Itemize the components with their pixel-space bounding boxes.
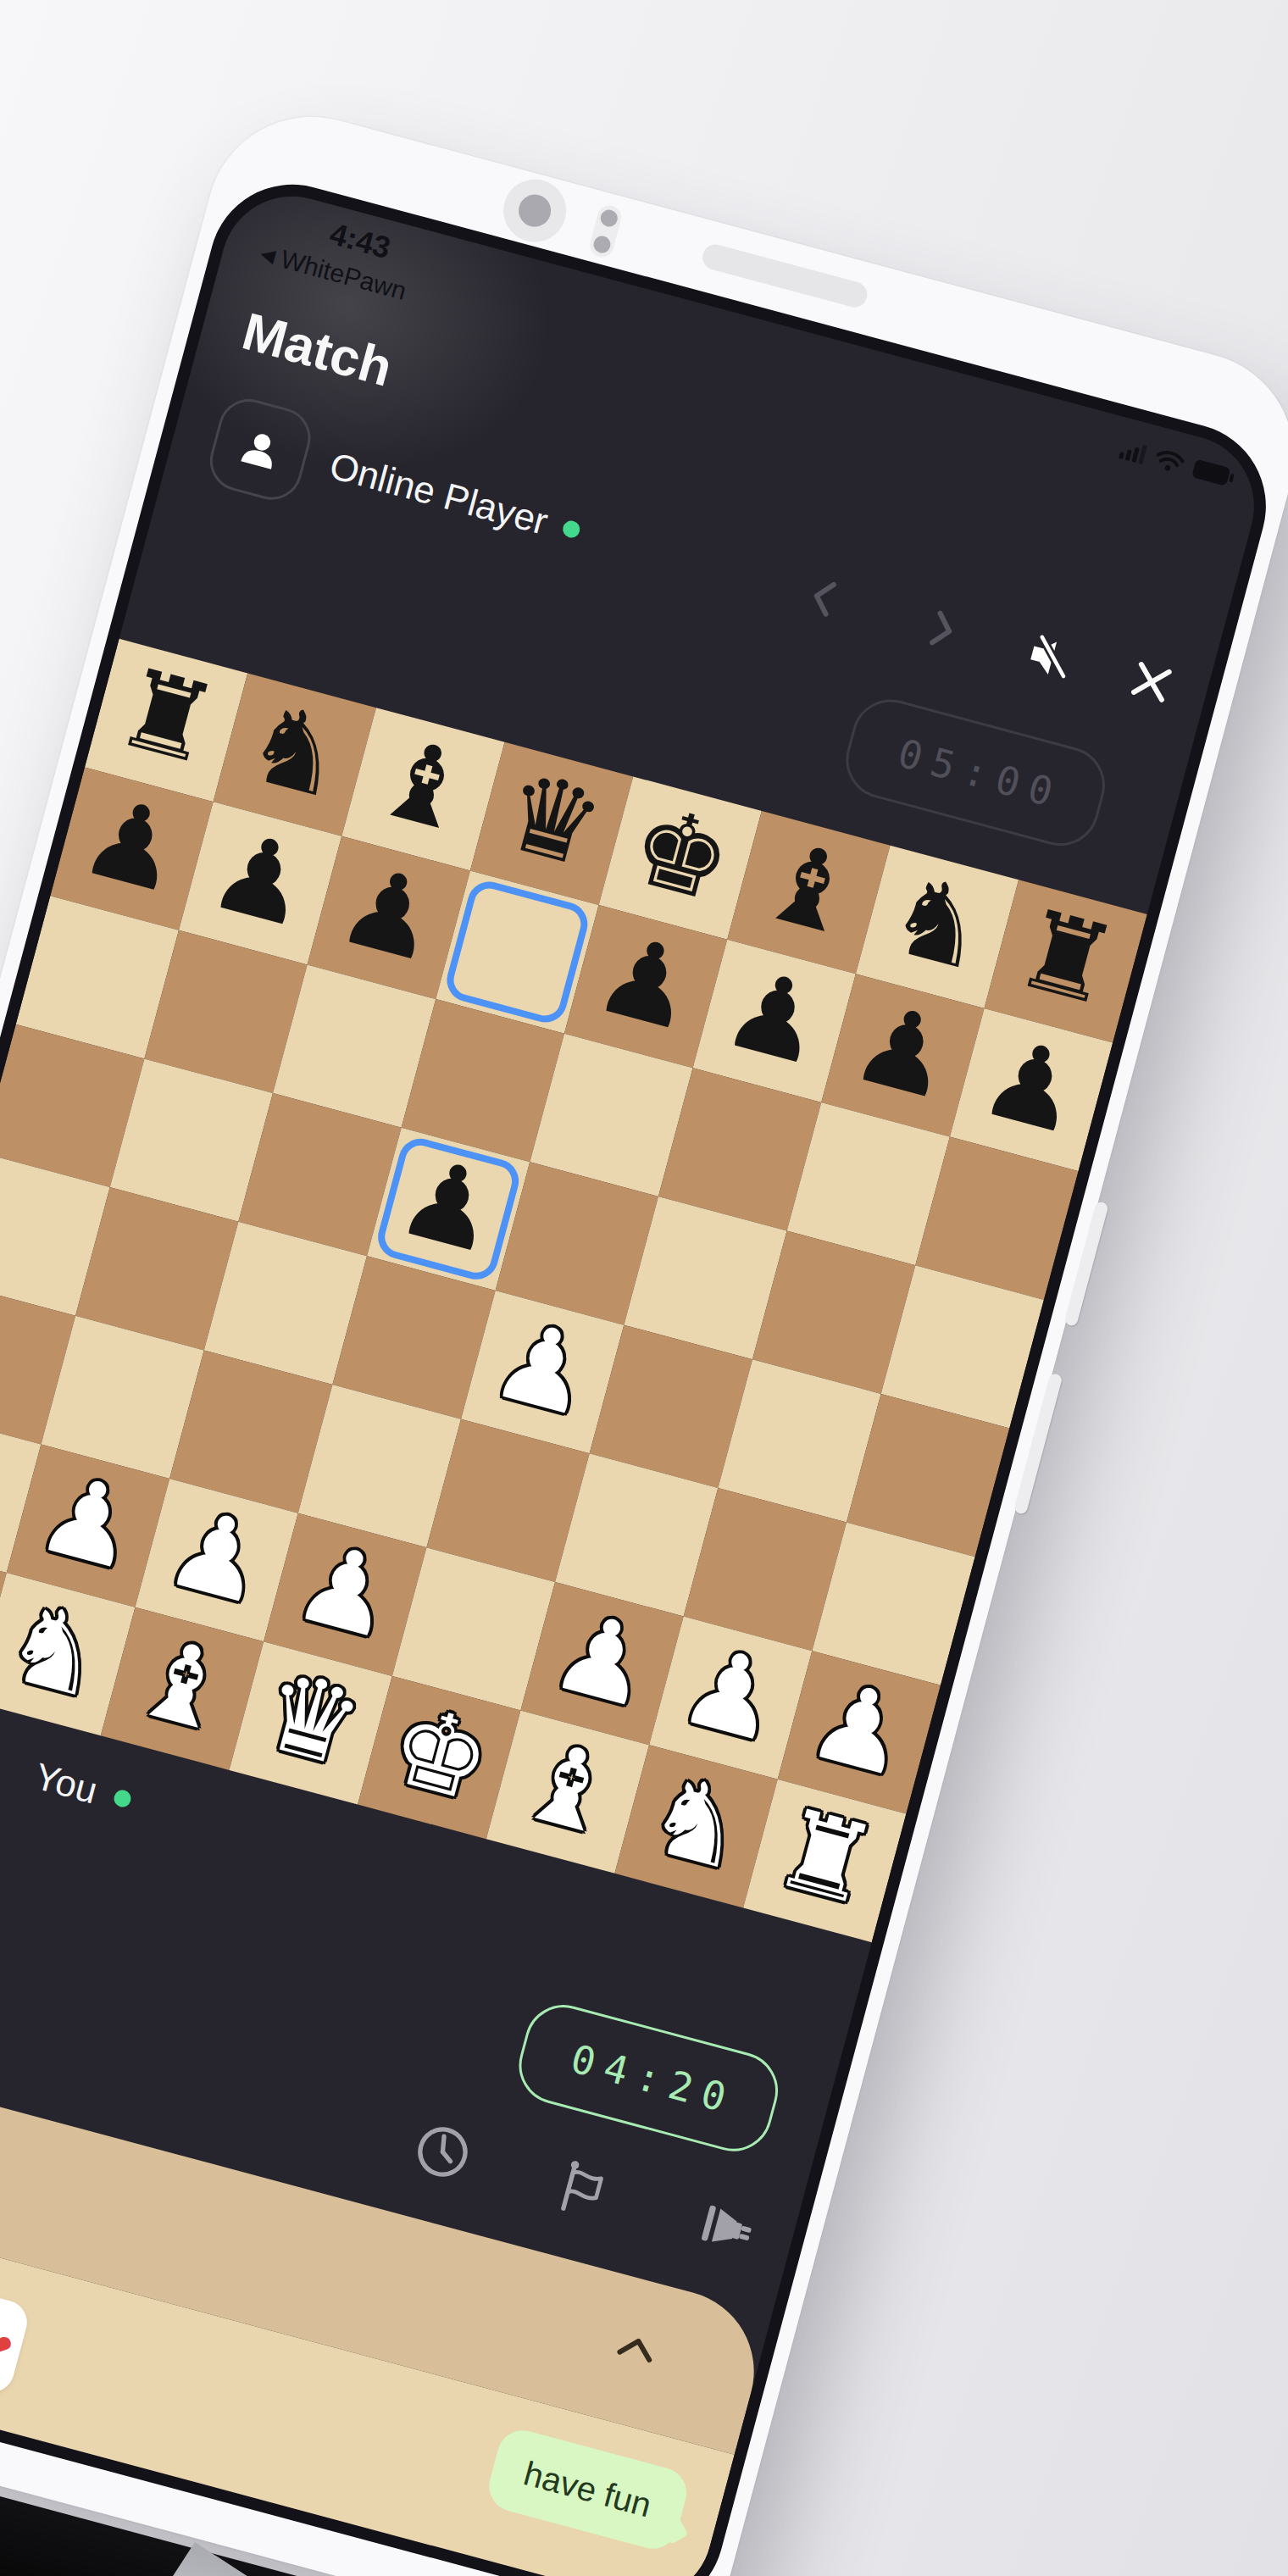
sensor-dots-icon [587,203,624,259]
piece-black-pawn: ♟ [386,1128,514,1281]
piece-black-rook: ♜ [1002,880,1130,1034]
heart-emoji-icon: ❤ [0,2321,17,2371]
battery-icon [1191,457,1237,489]
close-icon[interactable] [1129,659,1174,705]
piece-black-pawn: ♟ [711,940,839,1093]
piece-white-pawn: ♟ [153,1480,281,1633]
app-screen: 4:43 ◀ WhitePawn [0,180,1270,2576]
mute-speaker-icon[interactable] [1020,627,1080,687]
resign-flag-icon[interactable] [551,2155,621,2225]
disconnect-plug-icon[interactable] [694,2193,764,2263]
piece-white-queen: ♛ [247,1642,375,1796]
piece-white-bishop: ♝ [504,1711,632,1864]
signal-icon [1119,439,1148,465]
piece-white-pawn: ♟ [796,1652,924,1805]
piece-white-pawn: ♟ [25,1445,153,1598]
piece-black-pawn: ♟ [969,1009,1096,1163]
piece-black-knight: ♞ [231,674,359,827]
piece-black-bishop: ♝ [746,812,874,965]
player-online-dot [113,1788,133,1808]
phone-frame: 4:43 ◀ WhitePawn [0,93,1288,2576]
piece-white-pawn: ♟ [282,1513,410,1667]
piece-black-king: ♚ [617,777,745,930]
back-triangle-icon: ◀ [258,242,278,267]
front-camera-icon [497,172,574,249]
piece-white-pawn: ♟ [539,1583,667,1736]
person-icon [228,417,292,481]
piece-black-rook: ♜ [103,639,231,792]
piece-white-king: ♚ [376,1677,504,1830]
piece-black-pawn: ♟ [197,802,325,956]
chat-bubble: have fun [483,2424,692,2554]
piece-black-pawn: ♟ [840,974,968,1128]
chat-bubble-partial: ❤ [0,2272,32,2397]
chevron-left-icon[interactable] [807,575,840,620]
player-row: You [31,1755,136,1821]
clock-icon[interactable] [408,2117,478,2187]
piece-black-bishop: ♝ [360,708,488,862]
avatar[interactable] [203,392,318,507]
piece-white-bishop: ♝ [119,1607,247,1761]
piece-black-pawn: ♟ [69,768,197,921]
chevron-up-icon[interactable] [612,2329,662,2366]
piece-white-knight: ♞ [0,1574,119,1727]
piece-white-pawn: ♟ [668,1617,796,1770]
piece-black-pawn: ♟ [583,906,711,1059]
piece-black-pawn: ♟ [325,836,453,990]
piece-white-knight: ♞ [633,1746,761,1899]
opponent-name-label: Online Player [325,444,552,543]
opponent-name: Online Player [325,444,586,552]
screen-bezel: 4:43 ◀ WhitePawn [0,166,1285,2576]
chevron-right-icon[interactable] [926,607,959,652]
piece-black-knight: ♞ [874,846,1002,999]
background: 4:43 ◀ WhitePawn [0,0,1288,2576]
piece-black-queen: ♛ [489,742,617,896]
page-title: Match [236,301,398,398]
piece-white-rook: ♜ [762,1779,890,1933]
wifi-icon [1152,447,1186,476]
player-name-label: You [31,1755,103,1813]
system-status-icons [1119,438,1237,490]
online-status-dot [561,519,581,539]
chess-board: ♜♞♝♛♚♝♞♜♟♟♟♟♟♟♟♟♟♟♟♟♟♟♟♟♜♞♝♛♚♝♞♜ [0,639,1147,1942]
player-clock: 04:20 [510,1996,786,2160]
piece-white-pawn: ♟ [480,1291,608,1445]
